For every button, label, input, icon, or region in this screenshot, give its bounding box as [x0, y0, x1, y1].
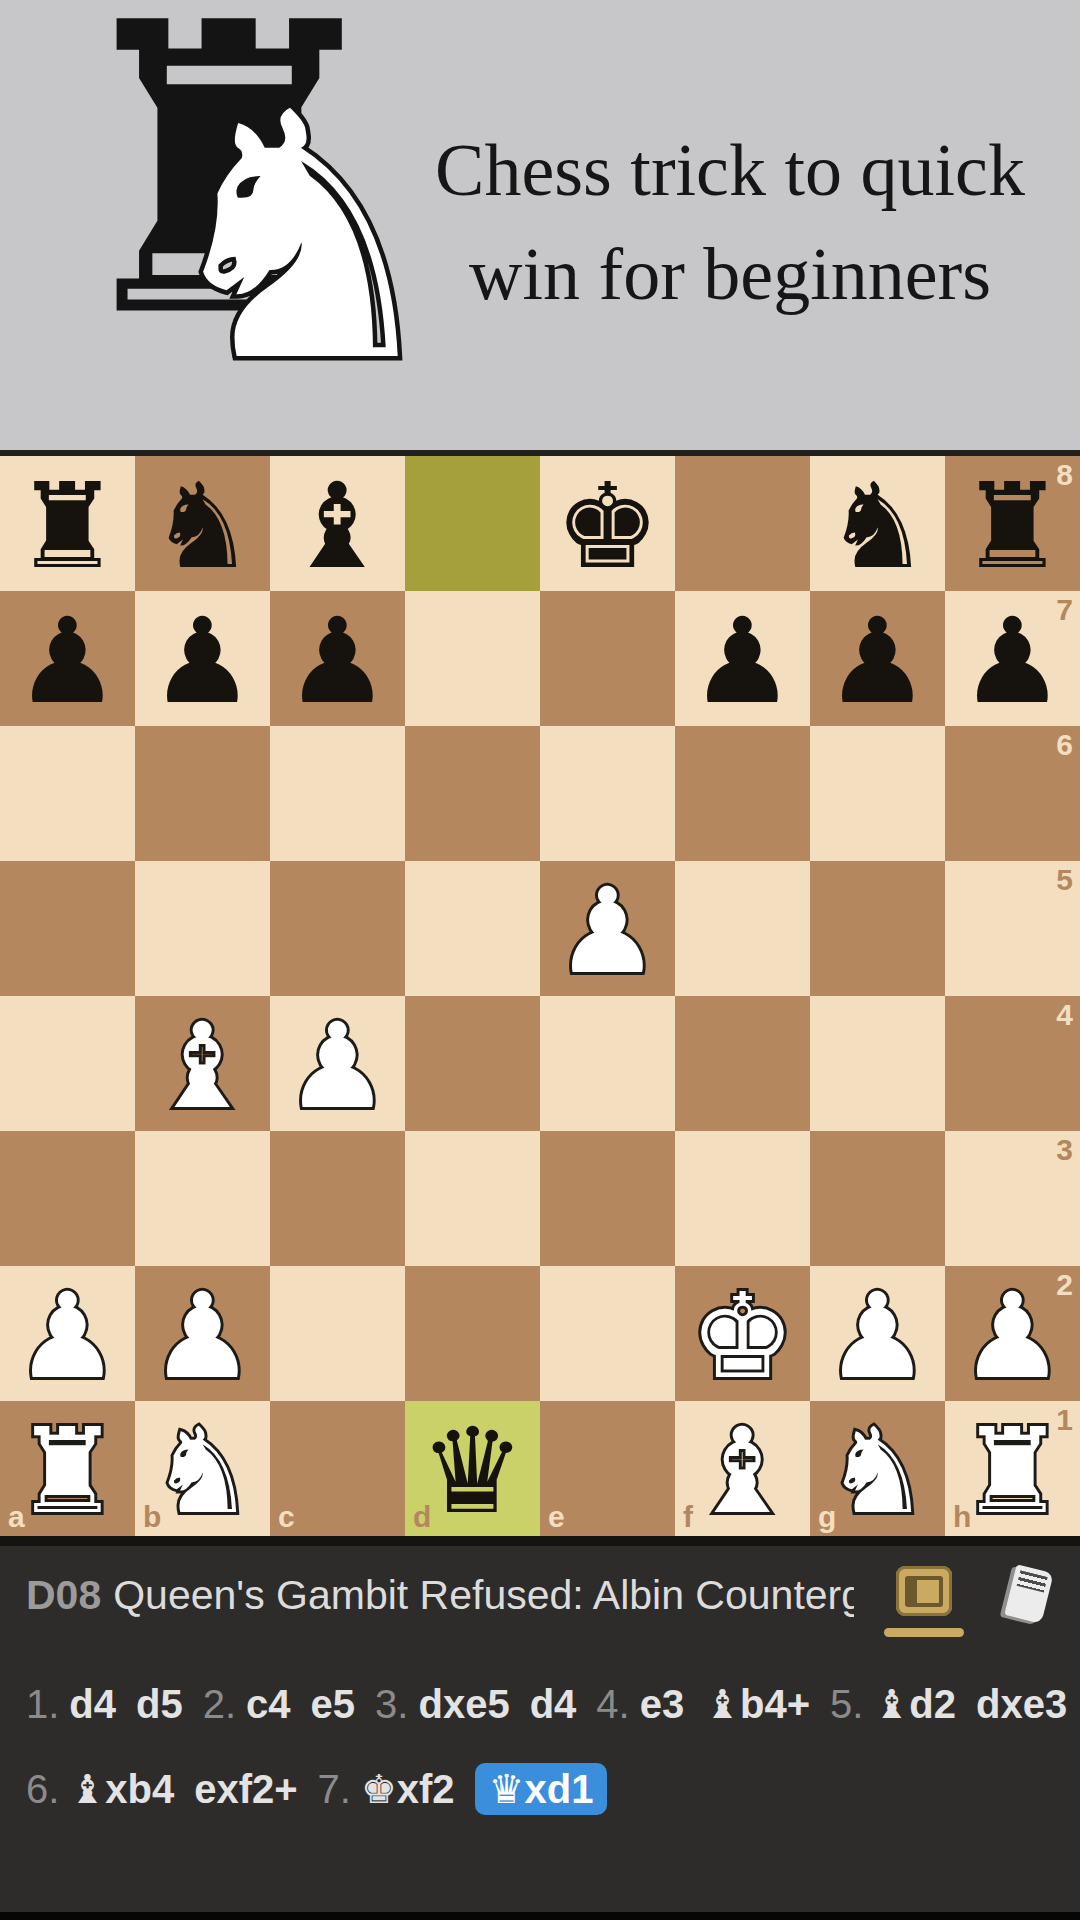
- square-h2[interactable]: ♟2: [945, 1266, 1080, 1401]
- move-number: 2.: [203, 1682, 236, 1726]
- square-h3[interactable]: 3: [945, 1131, 1080, 1266]
- move[interactable]: ♝xb4: [69, 1767, 174, 1811]
- square-b5[interactable]: [135, 861, 270, 996]
- move[interactable]: c4: [246, 1682, 291, 1726]
- analysis-panel: D08Queen's Gambit Refused: Albin Counter…: [0, 1536, 1080, 1920]
- square-d5[interactable]: [405, 861, 540, 996]
- black-rook-a8: ♜: [0, 456, 135, 591]
- move[interactable]: ♝d2: [873, 1682, 956, 1726]
- square-a8[interactable]: ♜: [0, 456, 135, 591]
- page-title-line2: win for beginners: [390, 222, 1070, 326]
- square-e8[interactable]: ♚: [540, 456, 675, 591]
- move[interactable]: dxe3: [976, 1682, 1067, 1726]
- file-label-f: f: [683, 1500, 693, 1534]
- move[interactable]: d4: [69, 1682, 116, 1726]
- move-row: 6.♝xb4exf2+7.♚xf2♛xd1: [26, 1758, 1054, 1829]
- white-king-f2: ♚: [675, 1266, 810, 1401]
- square-f8[interactable]: [675, 456, 810, 591]
- video-header: ♜ ♞ Chess trick to quick win for beginne…: [0, 0, 1080, 450]
- square-d6[interactable]: [405, 726, 540, 861]
- square-c7[interactable]: ♟: [270, 591, 405, 726]
- square-g4[interactable]: [810, 996, 945, 1131]
- square-e3[interactable]: [540, 1131, 675, 1266]
- square-c1[interactable]: c: [270, 1401, 405, 1536]
- white-pawn-e5: ♟: [540, 861, 675, 996]
- analysis-board-icon[interactable]: [896, 1566, 952, 1616]
- black-pawn-a7: ♟: [0, 591, 135, 726]
- square-d2[interactable]: [405, 1266, 540, 1401]
- move-number: 6.: [26, 1767, 59, 1811]
- panel-icons: [884, 1566, 1054, 1637]
- square-g7[interactable]: ♟: [810, 591, 945, 726]
- square-c2[interactable]: [270, 1266, 405, 1401]
- move[interactable]: d4: [530, 1682, 577, 1726]
- move-row: 1.d4d52.c4e53.dxe5d44.e3♝b4+5.♝d2dxe3: [26, 1673, 1054, 1744]
- square-f6[interactable]: [675, 726, 810, 861]
- square-h8[interactable]: ♜8: [945, 456, 1080, 591]
- screen: ♜ ♞ Chess trick to quick win for beginne…: [0, 0, 1080, 1920]
- square-a5[interactable]: [0, 861, 135, 996]
- file-label-c: c: [278, 1500, 295, 1534]
- square-h6[interactable]: 6: [945, 726, 1080, 861]
- move-current[interactable]: ♛xd1: [475, 1763, 608, 1815]
- square-b4[interactable]: ♝: [135, 996, 270, 1131]
- white-bishop-f1: ♝: [675, 1401, 810, 1536]
- chess-logo: ♜ ♞: [30, 0, 430, 450]
- move-list: 1.d4d52.c4e53.dxe5d44.e3♝b4+5.♝d2dxe36.♝…: [26, 1673, 1054, 1829]
- rank-label-2: 2: [1056, 1268, 1073, 1302]
- move[interactable]: d5: [136, 1682, 183, 1726]
- eco-code: D08: [26, 1572, 101, 1618]
- square-a4[interactable]: [0, 996, 135, 1131]
- white-bishop-b4: ♝: [135, 996, 270, 1131]
- square-c4[interactable]: ♟: [270, 996, 405, 1131]
- move-number: 1.: [26, 1682, 59, 1726]
- square-g6[interactable]: [810, 726, 945, 861]
- square-e6[interactable]: [540, 726, 675, 861]
- page-title-line1: Chess trick to quick: [390, 118, 1070, 222]
- square-e5[interactable]: ♟: [540, 861, 675, 996]
- square-f4[interactable]: [675, 996, 810, 1131]
- rank-label-7: 7: [1056, 593, 1073, 627]
- rank-label-8: 8: [1056, 458, 1073, 492]
- chess-board[interactable]: ♜♞♝♚♞♜8♟♟♟♟♟♟76♟5♝♟43♟♟♚♟♟2♜a♞bc♛de♝f♞g♜…: [0, 456, 1080, 1536]
- square-e2[interactable]: [540, 1266, 675, 1401]
- rank-label-5: 5: [1056, 863, 1073, 897]
- square-a3[interactable]: [0, 1131, 135, 1266]
- square-h5[interactable]: 5: [945, 861, 1080, 996]
- tab-board-active[interactable]: [884, 1566, 964, 1637]
- square-g8[interactable]: ♞: [810, 456, 945, 591]
- square-f5[interactable]: [675, 861, 810, 996]
- square-g2[interactable]: ♟: [810, 1266, 945, 1401]
- rank-label-3: 3: [1056, 1133, 1073, 1167]
- active-tab-underline: [884, 1628, 964, 1637]
- square-b3[interactable]: [135, 1131, 270, 1266]
- opening-title: Queen's Gambit Refused: Albin Countergam…: [113, 1572, 854, 1618]
- square-a2[interactable]: ♟: [0, 1266, 135, 1401]
- move-number: 7.: [318, 1767, 351, 1811]
- black-pawn-c7: ♟: [270, 591, 405, 726]
- file-label-d: d: [413, 1500, 431, 1534]
- square-b2[interactable]: ♟: [135, 1266, 270, 1401]
- move[interactable]: ♚xf2: [361, 1767, 455, 1811]
- square-e4[interactable]: [540, 996, 675, 1131]
- square-g3[interactable]: [810, 1131, 945, 1266]
- white-pawn-c4: ♟: [270, 996, 405, 1131]
- opening-name: D08Queen's Gambit Refused: Albin Counter…: [26, 1566, 854, 1624]
- square-c6[interactable]: [270, 726, 405, 861]
- square-a7[interactable]: ♟: [0, 591, 135, 726]
- square-b7[interactable]: ♟: [135, 591, 270, 726]
- white-pawn-a2: ♟: [0, 1266, 135, 1401]
- square-d7[interactable]: [405, 591, 540, 726]
- square-d8[interactable]: [405, 456, 540, 591]
- square-h4[interactable]: 4: [945, 996, 1080, 1131]
- square-d3[interactable]: [405, 1131, 540, 1266]
- square-b8[interactable]: ♞: [135, 456, 270, 591]
- square-e1[interactable]: e: [540, 1401, 675, 1536]
- page-title: Chess trick to quick win for beginners: [390, 118, 1070, 326]
- black-knight-b8: ♞: [135, 456, 270, 591]
- square-f7[interactable]: ♟: [675, 591, 810, 726]
- black-pawn-g7: ♟: [810, 591, 945, 726]
- square-f3[interactable]: [675, 1131, 810, 1266]
- square-h1[interactable]: ♜1h: [945, 1401, 1080, 1536]
- file-label-a: a: [8, 1500, 25, 1534]
- move-number: 5.: [830, 1682, 863, 1726]
- file-label-e: e: [548, 1500, 565, 1534]
- square-g5[interactable]: [810, 861, 945, 996]
- panel-header: D08Queen's Gambit Refused: Albin Counter…: [26, 1566, 1054, 1637]
- move[interactable]: e5: [311, 1682, 356, 1726]
- white-pawn-b2: ♟: [135, 1266, 270, 1401]
- move-number: 3.: [375, 1682, 408, 1726]
- square-b1[interactable]: ♞b: [135, 1401, 270, 1536]
- square-a1[interactable]: ♜a: [0, 1401, 135, 1536]
- square-c8[interactable]: ♝: [270, 456, 405, 591]
- square-g1[interactable]: ♞g: [810, 1401, 945, 1536]
- black-bishop-c8: ♝: [270, 456, 405, 591]
- move-number: 4.: [596, 1682, 629, 1726]
- square-b6[interactable]: [135, 726, 270, 861]
- square-f2[interactable]: ♚: [675, 1266, 810, 1401]
- square-e7[interactable]: [540, 591, 675, 726]
- move[interactable]: ♝b4+: [704, 1682, 810, 1726]
- black-knight-g8: ♞: [810, 456, 945, 591]
- square-f1[interactable]: ♝f: [675, 1401, 810, 1536]
- square-h7[interactable]: ♟7: [945, 591, 1080, 726]
- rank-label-6: 6: [1056, 728, 1073, 762]
- move[interactable]: exf2+: [194, 1767, 297, 1811]
- square-a6[interactable]: [0, 726, 135, 861]
- white-pawn-g2: ♟: [810, 1266, 945, 1401]
- file-label-b: b: [143, 1500, 161, 1534]
- opening-book-icon[interactable]: [1004, 1564, 1053, 1624]
- square-c3[interactable]: [270, 1131, 405, 1266]
- rank-label-1: 1: [1056, 1403, 1073, 1437]
- black-king-e8: ♚: [540, 456, 675, 591]
- file-label-g: g: [818, 1500, 836, 1534]
- rank-label-4: 4: [1056, 998, 1073, 1032]
- move[interactable]: dxe5: [418, 1682, 509, 1726]
- square-d4[interactable]: [405, 996, 540, 1131]
- black-pawn-b7: ♟: [135, 591, 270, 726]
- square-c5[interactable]: [270, 861, 405, 996]
- file-label-h: h: [953, 1500, 971, 1534]
- move[interactable]: e3: [640, 1682, 685, 1726]
- square-d1[interactable]: ♛d: [405, 1401, 540, 1536]
- black-pawn-f7: ♟: [675, 591, 810, 726]
